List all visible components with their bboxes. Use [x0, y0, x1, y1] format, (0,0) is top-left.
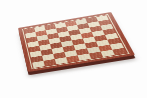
- square-h1[interactable]: [112, 48, 126, 55]
- photo-background: [0, 0, 147, 98]
- square-d1[interactable]: [66, 55, 79, 62]
